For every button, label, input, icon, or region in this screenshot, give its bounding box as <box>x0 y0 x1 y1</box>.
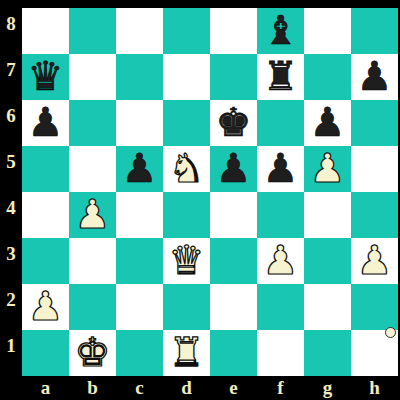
square-b6[interactable] <box>69 100 116 146</box>
square-c6[interactable] <box>116 100 163 146</box>
black-pawn[interactable]: ♟ <box>263 148 299 188</box>
square-c5[interactable]: ♟ <box>116 146 163 192</box>
square-e6[interactable]: ♚ <box>210 100 257 146</box>
square-f4[interactable] <box>257 192 304 238</box>
black-pawn[interactable]: ♟ <box>122 148 158 188</box>
square-c2[interactable] <box>116 284 163 330</box>
white-pawn[interactable]: ♟ <box>28 286 64 326</box>
square-d5[interactable]: ♞ <box>163 146 210 192</box>
square-g5[interactable]: ♟ <box>304 146 351 192</box>
file-label-g: g <box>304 376 351 400</box>
rank-label-7: 7 <box>0 54 22 100</box>
square-g6[interactable]: ♟ <box>304 100 351 146</box>
square-b5[interactable] <box>69 146 116 192</box>
square-e8[interactable] <box>210 8 257 54</box>
square-f2[interactable] <box>257 284 304 330</box>
square-a8[interactable] <box>22 8 69 54</box>
square-c1[interactable] <box>116 330 163 376</box>
file-label-b: b <box>69 376 116 400</box>
black-pawn[interactable]: ♟ <box>357 56 393 96</box>
square-h2[interactable] <box>351 284 398 330</box>
white-queen[interactable]: ♛ <box>169 240 205 280</box>
square-b2[interactable] <box>69 284 116 330</box>
white-to-move-indicator <box>385 327 396 338</box>
square-d2[interactable] <box>163 284 210 330</box>
black-bishop[interactable]: ♝ <box>263 10 299 50</box>
rank-label-5: 5 <box>0 146 22 192</box>
square-b8[interactable] <box>69 8 116 54</box>
rank-label-1: 1 <box>0 330 22 376</box>
square-f6[interactable] <box>257 100 304 146</box>
square-f5[interactable]: ♟ <box>257 146 304 192</box>
square-d3[interactable]: ♛ <box>163 238 210 284</box>
square-f8[interactable]: ♝ <box>257 8 304 54</box>
square-e3[interactable] <box>210 238 257 284</box>
chess-board: ♝♛♜♟♟♚♟♟♞♟♟♟♟♛♟♟♟♚♜ <box>22 8 398 376</box>
square-a6[interactable]: ♟ <box>22 100 69 146</box>
square-g8[interactable] <box>304 8 351 54</box>
rank-label-2: 2 <box>0 284 22 330</box>
square-d4[interactable] <box>163 192 210 238</box>
square-d6[interactable] <box>163 100 210 146</box>
square-c3[interactable] <box>116 238 163 284</box>
rank-label-6: 6 <box>0 100 22 146</box>
file-labels: abcdefgh <box>22 376 398 400</box>
black-pawn[interactable]: ♟ <box>28 102 64 142</box>
rank-label-4: 4 <box>0 192 22 238</box>
square-a3[interactable] <box>22 238 69 284</box>
file-label-f: f <box>257 376 304 400</box>
square-a7[interactable]: ♛ <box>22 54 69 100</box>
square-f7[interactable]: ♜ <box>257 54 304 100</box>
square-e2[interactable] <box>210 284 257 330</box>
square-g1[interactable] <box>304 330 351 376</box>
square-d8[interactable] <box>163 8 210 54</box>
square-h8[interactable] <box>351 8 398 54</box>
square-h5[interactable] <box>351 146 398 192</box>
file-label-d: d <box>163 376 210 400</box>
square-e4[interactable] <box>210 192 257 238</box>
square-g3[interactable] <box>304 238 351 284</box>
black-king[interactable]: ♚ <box>216 102 252 142</box>
white-rook[interactable]: ♜ <box>169 332 205 372</box>
white-pawn[interactable]: ♟ <box>263 240 299 280</box>
file-label-c: c <box>116 376 163 400</box>
square-h3[interactable]: ♟ <box>351 238 398 284</box>
black-pawn[interactable]: ♟ <box>310 102 346 142</box>
white-pawn[interactable]: ♟ <box>75 194 111 234</box>
square-f3[interactable]: ♟ <box>257 238 304 284</box>
square-g7[interactable] <box>304 54 351 100</box>
square-g2[interactable] <box>304 284 351 330</box>
square-e5[interactable]: ♟ <box>210 146 257 192</box>
square-c8[interactable] <box>116 8 163 54</box>
rank-label-3: 3 <box>0 238 22 284</box>
square-a2[interactable]: ♟ <box>22 284 69 330</box>
black-queen[interactable]: ♛ <box>28 56 64 96</box>
chess-diagram: 87654321 ♝♛♜♟♟♚♟♟♞♟♟♟♟♛♟♟♟♚♜ abcdefgh <box>0 0 400 400</box>
square-c4[interactable] <box>116 192 163 238</box>
square-c7[interactable] <box>116 54 163 100</box>
square-e1[interactable] <box>210 330 257 376</box>
square-a1[interactable] <box>22 330 69 376</box>
square-a4[interactable] <box>22 192 69 238</box>
square-e7[interactable] <box>210 54 257 100</box>
square-h6[interactable] <box>351 100 398 146</box>
file-label-h: h <box>351 376 398 400</box>
square-b1[interactable]: ♚ <box>69 330 116 376</box>
square-h4[interactable] <box>351 192 398 238</box>
square-b7[interactable] <box>69 54 116 100</box>
white-knight[interactable]: ♞ <box>169 148 205 188</box>
square-d1[interactable]: ♜ <box>163 330 210 376</box>
rank-labels: 87654321 <box>0 8 22 376</box>
black-rook[interactable]: ♜ <box>263 56 299 96</box>
square-a5[interactable] <box>22 146 69 192</box>
white-king[interactable]: ♚ <box>75 332 111 372</box>
square-b3[interactable] <box>69 238 116 284</box>
square-d7[interactable] <box>163 54 210 100</box>
file-label-a: a <box>22 376 69 400</box>
file-label-e: e <box>210 376 257 400</box>
white-pawn[interactable]: ♟ <box>310 148 346 188</box>
square-g4[interactable] <box>304 192 351 238</box>
square-h7[interactable]: ♟ <box>351 54 398 100</box>
rank-label-8: 8 <box>0 8 22 54</box>
square-f1[interactable] <box>257 330 304 376</box>
square-b4[interactable]: ♟ <box>69 192 116 238</box>
white-pawn[interactable]: ♟ <box>357 240 393 280</box>
black-pawn[interactable]: ♟ <box>216 148 252 188</box>
